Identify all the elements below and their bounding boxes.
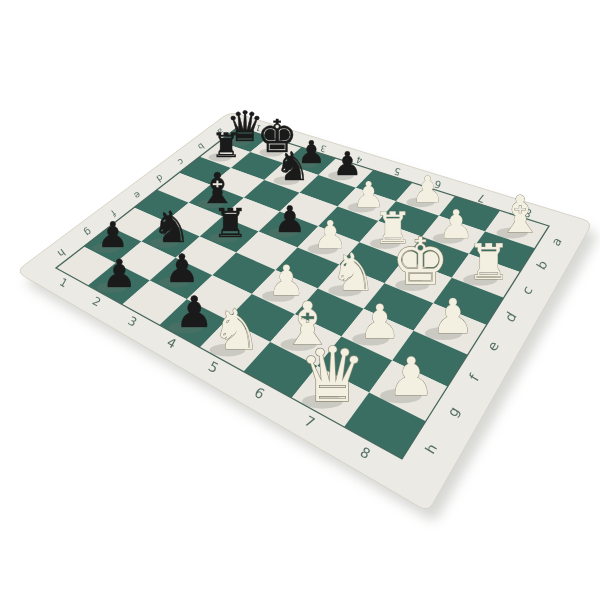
black-pawn-g1: ♟ bbox=[92, 214, 129, 255]
piece-glyph: ♜ bbox=[211, 126, 241, 165]
piece-glyph: ♟ bbox=[164, 246, 199, 291]
black-rook-b1: ♜ bbox=[208, 126, 241, 165]
chess-set-product-photo: chess 1122334455667788aabbccddeeffgghh♛♚… bbox=[0, 0, 600, 600]
piece-glyph: ♟ bbox=[387, 346, 434, 407]
piece-glyph: ♞ bbox=[330, 242, 376, 302]
white-pawn-g8: ♟ bbox=[380, 346, 435, 407]
piece-glyph: ♟ bbox=[274, 198, 307, 241]
white-queen-h7: ♛ bbox=[299, 331, 367, 419]
white-rook-c8: ♜ bbox=[463, 234, 510, 290]
black-pawn-h2: ♟ bbox=[97, 251, 137, 296]
piece-glyph: ♟ bbox=[175, 287, 214, 337]
piece-glyph: ♛ bbox=[299, 331, 367, 419]
piece-glyph: ♟ bbox=[97, 214, 129, 255]
board-photo-canvas: 1122334455667788aabbccddeeffgghh♛♚♜♟♟♞♟♝… bbox=[0, 0, 600, 600]
piece-glyph: ♜ bbox=[212, 200, 248, 246]
piece-glyph: ♟ bbox=[102, 251, 137, 296]
black-rook-e3: ♜ bbox=[209, 200, 248, 246]
piece-glyph: ♟ bbox=[431, 289, 474, 344]
black-pawn-d4: ♟ bbox=[269, 198, 307, 241]
black-pawn-h4: ♟ bbox=[169, 287, 214, 337]
black-knight-b3: ♞ bbox=[274, 143, 311, 189]
piece-glyph: ♜ bbox=[467, 234, 511, 290]
white-knight-h5: ♞ bbox=[210, 297, 262, 362]
white-pawn-e8: ♟ bbox=[425, 289, 474, 344]
piece-glyph: ♞ bbox=[212, 297, 262, 362]
piece-glyph: ♞ bbox=[275, 143, 310, 189]
black-pawn-g3: ♟ bbox=[159, 246, 199, 291]
white-knight-e6: ♞ bbox=[328, 242, 376, 302]
